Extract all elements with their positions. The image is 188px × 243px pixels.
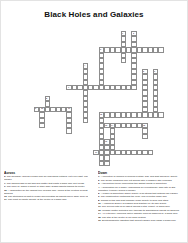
crossword-cell[interactable] xyxy=(39,123,44,128)
crossword-cell[interactable] xyxy=(158,47,163,52)
cell-number: 6 xyxy=(154,70,155,72)
down-clue-list: 1. A collection of millions or billions … xyxy=(98,175,186,222)
clue-number: 4. xyxy=(98,185,101,188)
clue-number: 5. xyxy=(98,192,101,195)
clue-number: 3. xyxy=(4,175,7,178)
clue-number: 2. xyxy=(98,179,101,182)
worksheet-page: Black Holes and Galaxies 123456789101112… xyxy=(0,0,188,243)
clue-number: 11. xyxy=(98,205,102,208)
across-clue-list: 3. The boundary around a black hole beyo… xyxy=(4,175,96,201)
crossword-grid: 1234567891011121314151617 xyxy=(34,31,164,166)
crossword-cell[interactable] xyxy=(158,112,163,117)
cell-number: 14 xyxy=(111,124,113,126)
clue-number: 10. xyxy=(98,202,102,205)
clue-number: 1. xyxy=(98,175,101,178)
clue-number: 12. xyxy=(4,188,8,191)
down-header: Down xyxy=(98,171,186,175)
clue-item: 16. Electromagnetic radiation that canno… xyxy=(98,219,186,222)
clue-number: 8. xyxy=(98,198,101,201)
cell-number: 12 xyxy=(100,113,102,115)
clue-number: 16. xyxy=(98,219,102,222)
crossword-cell[interactable] xyxy=(104,161,109,166)
cell-number: 11 xyxy=(68,107,70,109)
cell-number: 17 xyxy=(95,151,97,153)
crossword-cell[interactable] xyxy=(148,150,153,155)
crossword-cell[interactable] xyxy=(131,85,136,90)
clue-number: 3. xyxy=(98,182,101,185)
clue-number: 7. xyxy=(4,182,7,185)
down-clues-column: Down 1. A collection of millions or bill… xyxy=(98,171,186,243)
clue-number: 9. xyxy=(4,185,7,188)
cell-number: 8 xyxy=(46,97,47,99)
cell-number: 16 xyxy=(105,140,107,142)
cell-number: 10 xyxy=(41,107,43,109)
crossword-cell[interactable] xyxy=(142,134,147,139)
across-clues-column: Across 3. The boundary around a black ho… xyxy=(4,171,96,243)
cell-number: 3 xyxy=(100,48,101,50)
puzzle-title: Black Holes and Galaxies xyxy=(1,10,187,19)
clue-item: 4. A description for a galaxy undergoing… xyxy=(98,185,186,191)
clue-number: 12. xyxy=(98,209,102,212)
clue-item: 17. The point of infinite density at the… xyxy=(4,198,96,201)
cell-number: 9 xyxy=(35,107,36,109)
cell-number: 7 xyxy=(68,86,69,88)
cell-number: 1 xyxy=(122,32,123,34)
cell-number: 15 xyxy=(143,124,145,126)
cell-number: 4 xyxy=(84,64,85,66)
cell-number: 2 xyxy=(133,32,134,34)
crossword-cell[interactable] xyxy=(66,128,71,133)
clue-number: 13. xyxy=(4,195,8,198)
clue-number: 17. xyxy=(4,198,8,201)
across-header: Across xyxy=(4,171,96,175)
crossword-cell[interactable] xyxy=(121,58,126,63)
clue-item: 12. A description for the largest type o… xyxy=(4,188,96,194)
clue-number: 6. xyxy=(98,195,101,198)
cell-number: 13 xyxy=(105,124,107,126)
clue-number: 15. xyxy=(98,215,102,218)
clues-section: Across 3. The boundary around a black ho… xyxy=(4,171,186,243)
clue-item: 3. The boundary around a black hole beyo… xyxy=(4,175,96,181)
crossword-cell[interactable] xyxy=(83,118,88,123)
clue-number: 14. xyxy=(98,212,102,215)
cell-number: 5 xyxy=(143,70,144,72)
